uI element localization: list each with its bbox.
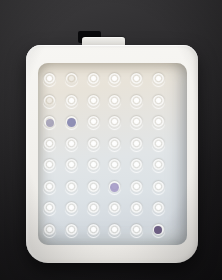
- well-r8c2: [65, 224, 78, 237]
- well-r4c5: [130, 138, 143, 151]
- well-cell-r7c5: [126, 198, 148, 220]
- stain-faint-beige: [45, 97, 54, 106]
- stain-light-grey-purple: [46, 119, 54, 127]
- well-cell-r8c3: [82, 220, 104, 242]
- well-cell-r1c4: [104, 69, 126, 91]
- well-r4c3: [87, 138, 100, 151]
- well-cell-r3c1: [39, 112, 61, 134]
- well-r6c2: [65, 181, 78, 194]
- well-cell-r1c2: [61, 69, 83, 91]
- well-cell-r6c4: [104, 177, 126, 199]
- well-cell-r7c2: [61, 198, 83, 220]
- well-r5c1: [43, 159, 56, 172]
- well-cell-r8c5: [126, 220, 148, 242]
- well-r7c4: [108, 202, 121, 215]
- well-cell-r6c5: [126, 177, 148, 199]
- stain-faint-beige: [67, 75, 76, 84]
- well-cell-r2c2: [61, 91, 83, 113]
- well-r3c4: [108, 116, 121, 129]
- well-r3c6: [152, 116, 165, 129]
- well-cell-r4c3: [82, 134, 104, 156]
- well-r6c6: [152, 181, 165, 194]
- well-r2c3: [87, 95, 100, 108]
- well-r2c2: [65, 95, 78, 108]
- tray: [26, 45, 198, 263]
- well-r6c1: [43, 181, 56, 194]
- photo-of-well-tray: [0, 0, 222, 280]
- well-cell-r8c4: [104, 220, 126, 242]
- well-cell-r1c1: [39, 69, 61, 91]
- stain-soft-purple: [110, 183, 119, 192]
- well-r3c5: [130, 116, 143, 129]
- well-cell-r5c5: [126, 155, 148, 177]
- well-cell-r3c2: [61, 112, 83, 134]
- well-r5c4: [108, 159, 121, 172]
- well-cell-r8c6: [147, 220, 169, 242]
- well-cell-r3c3: [82, 112, 104, 134]
- well-cell-r5c4: [104, 155, 126, 177]
- well-cell-r6c2: [61, 177, 83, 199]
- well-cell-r2c5: [126, 91, 148, 113]
- well-cell-r5c6: [147, 155, 169, 177]
- well-r1c1: [43, 73, 56, 86]
- well-r4c4: [108, 138, 121, 151]
- well-cell-r5c2: [61, 155, 83, 177]
- well-cell-r1c6: [147, 69, 169, 91]
- well-r4c1: [43, 138, 56, 151]
- well-cell-r4c1: [39, 134, 61, 156]
- well-r1c6: [152, 73, 165, 86]
- well-r2c4: [108, 95, 121, 108]
- well-cell-r6c6: [147, 177, 169, 199]
- well-r6c3: [87, 181, 100, 194]
- well-r3c2: [65, 116, 78, 129]
- stain-blue-purple: [67, 118, 76, 127]
- well-r4c2: [65, 138, 78, 151]
- well-cell-r6c3: [82, 177, 104, 199]
- well-cell-r8c1: [39, 220, 61, 242]
- well-r2c1: [43, 95, 56, 108]
- well-cell-r3c6: [147, 112, 169, 134]
- well-cell-r3c4: [104, 112, 126, 134]
- well-cell-r5c3: [82, 155, 104, 177]
- well-r7c5: [130, 202, 143, 215]
- well-r1c2: [65, 73, 78, 86]
- well-cell-r4c4: [104, 134, 126, 156]
- well-cell-r7c4: [104, 198, 126, 220]
- well-r1c5: [130, 73, 143, 86]
- well-r1c4: [108, 73, 121, 86]
- well-cell-r2c4: [104, 91, 126, 113]
- well-r3c3: [87, 116, 100, 129]
- well-r8c5: [130, 224, 143, 237]
- well-cell-r3c5: [126, 112, 148, 134]
- well-r7c6: [152, 202, 165, 215]
- well-cell-r5c1: [39, 155, 61, 177]
- well-cell-r2c3: [82, 91, 104, 113]
- well-r2c5: [130, 95, 143, 108]
- well-r5c5: [130, 159, 143, 172]
- well-r5c2: [65, 159, 78, 172]
- well-cell-r7c6: [147, 198, 169, 220]
- well-cell-r4c5: [126, 134, 148, 156]
- well-r5c6: [152, 159, 165, 172]
- well-cell-r6c1: [39, 177, 61, 199]
- well-r8c6: [152, 224, 165, 237]
- well-r8c3: [87, 224, 100, 237]
- well-cell-r4c2: [61, 134, 83, 156]
- well-r6c4: [108, 181, 121, 194]
- well-cell-r7c1: [39, 198, 61, 220]
- well-cell-r8c2: [61, 220, 83, 242]
- well-r7c1: [43, 202, 56, 215]
- well-cell-r2c6: [147, 91, 169, 113]
- well-r8c1: [43, 224, 56, 237]
- well-grid: [39, 69, 169, 241]
- well-cell-r7c3: [82, 198, 104, 220]
- well-cell-r1c3: [82, 69, 104, 91]
- well-r6c5: [130, 181, 143, 194]
- well-r3c1: [43, 116, 56, 129]
- well-r4c6: [152, 138, 165, 151]
- stain-dark-purple: [154, 226, 162, 234]
- well-r2c6: [152, 95, 165, 108]
- well-r5c3: [87, 159, 100, 172]
- well-r1c3: [87, 73, 100, 86]
- well-r7c2: [65, 202, 78, 215]
- well-cell-r1c5: [126, 69, 148, 91]
- well-r8c4: [108, 224, 121, 237]
- well-cell-r2c1: [39, 91, 61, 113]
- well-r7c3: [87, 202, 100, 215]
- well-cell-r4c6: [147, 134, 169, 156]
